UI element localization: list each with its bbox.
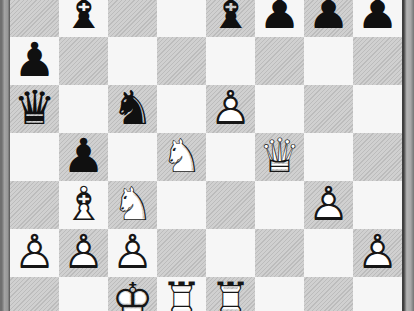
square-d2[interactable] <box>157 229 206 277</box>
square-h2[interactable]: ♟♙ <box>353 229 402 277</box>
white-rook-piece: ♜♖ <box>160 276 202 311</box>
square-f4[interactable]: ♛♕ <box>255 133 304 181</box>
square-b5[interactable] <box>59 85 108 133</box>
square-d1[interactable]: ♜♖ <box>157 277 206 311</box>
square-g6[interactable] <box>304 37 353 85</box>
white-queen-piece: ♛♕ <box>258 132 300 179</box>
square-e5[interactable]: ♟♙ <box>206 85 255 133</box>
square-a3[interactable] <box>10 181 59 229</box>
square-g1[interactable] <box>304 277 353 311</box>
square-g2[interactable] <box>304 229 353 277</box>
square-g5[interactable] <box>304 85 353 133</box>
square-c4[interactable] <box>108 133 157 181</box>
square-e2[interactable] <box>206 229 255 277</box>
square-f2[interactable] <box>255 229 304 277</box>
white-knight-piece: ♞♘ <box>160 132 202 179</box>
square-h5[interactable] <box>353 85 402 133</box>
square-e1[interactable]: ♜♖ <box>206 277 255 311</box>
square-g4[interactable] <box>304 133 353 181</box>
square-a1[interactable] <box>10 277 59 311</box>
square-a5[interactable]: ♛ <box>10 85 59 133</box>
black-queen-piece: ♛ <box>13 84 55 131</box>
white-rook-piece: ♜♖ <box>209 276 251 311</box>
square-d6[interactable] <box>157 37 206 85</box>
square-c7[interactable] <box>108 0 157 37</box>
square-h3[interactable] <box>353 181 402 229</box>
square-e7[interactable]: ♝ <box>206 0 255 37</box>
black-pawn-piece: ♟ <box>62 132 104 179</box>
square-f3[interactable] <box>255 181 304 229</box>
square-d5[interactable] <box>157 85 206 133</box>
square-b4[interactable]: ♟ <box>59 133 108 181</box>
square-f7[interactable]: ♟ <box>255 0 304 37</box>
black-pawn-piece: ♟ <box>13 36 55 83</box>
white-bishop-piece: ♝♗ <box>62 180 104 227</box>
square-e4[interactable] <box>206 133 255 181</box>
board-left-border <box>0 0 10 311</box>
black-pawn-piece: ♟ <box>356 0 398 35</box>
square-h7[interactable]: ♟ <box>353 0 402 37</box>
square-h1[interactable] <box>353 277 402 311</box>
square-b3[interactable]: ♝♗ <box>59 181 108 229</box>
square-c2[interactable]: ♟♙ <box>108 229 157 277</box>
square-f6[interactable] <box>255 37 304 85</box>
white-pawn-piece: ♟♙ <box>13 228 55 275</box>
chess-diagram: ♝♝♟♟♟♟♛♞♟♙♟♞♘♛♕♝♗♞♘♟♙♟♙♟♙♟♙♟♙♚♔♜♖♜♖ <box>0 0 414 311</box>
white-pawn-piece: ♟♙ <box>356 228 398 275</box>
square-d7[interactable] <box>157 0 206 37</box>
white-knight-piece: ♞♘ <box>111 180 153 227</box>
square-d4[interactable]: ♞♘ <box>157 133 206 181</box>
white-pawn-piece: ♟♙ <box>209 84 251 131</box>
black-bishop-piece: ♝ <box>209 0 251 35</box>
black-bishop-piece: ♝ <box>62 0 104 35</box>
square-c3[interactable]: ♞♘ <box>108 181 157 229</box>
square-a4[interactable] <box>10 133 59 181</box>
square-b2[interactable]: ♟♙ <box>59 229 108 277</box>
square-a2[interactable]: ♟♙ <box>10 229 59 277</box>
square-e6[interactable] <box>206 37 255 85</box>
square-f5[interactable] <box>255 85 304 133</box>
chess-board: ♝♝♟♟♟♟♛♞♟♙♟♞♘♛♕♝♗♞♘♟♙♟♙♟♙♟♙♟♙♚♔♜♖♜♖ <box>10 0 402 311</box>
black-pawn-piece: ♟ <box>307 0 349 35</box>
square-a6[interactable]: ♟ <box>10 37 59 85</box>
black-pawn-piece: ♟ <box>258 0 300 35</box>
square-b1[interactable] <box>59 277 108 311</box>
square-b6[interactable] <box>59 37 108 85</box>
square-g3[interactable]: ♟♙ <box>304 181 353 229</box>
square-c5[interactable]: ♞ <box>108 85 157 133</box>
white-pawn-piece: ♟♙ <box>307 180 349 227</box>
white-king-piece: ♚♔ <box>111 276 153 311</box>
board-right-border <box>402 0 414 311</box>
white-pawn-piece: ♟♙ <box>111 228 153 275</box>
square-b7[interactable]: ♝ <box>59 0 108 37</box>
square-h4[interactable] <box>353 133 402 181</box>
square-h6[interactable] <box>353 37 402 85</box>
square-g7[interactable]: ♟ <box>304 0 353 37</box>
square-d3[interactable] <box>157 181 206 229</box>
white-pawn-piece: ♟♙ <box>62 228 104 275</box>
black-knight-piece: ♞ <box>111 84 153 131</box>
square-f1[interactable] <box>255 277 304 311</box>
square-e3[interactable] <box>206 181 255 229</box>
square-c6[interactable] <box>108 37 157 85</box>
square-c1[interactable]: ♚♔ <box>108 277 157 311</box>
